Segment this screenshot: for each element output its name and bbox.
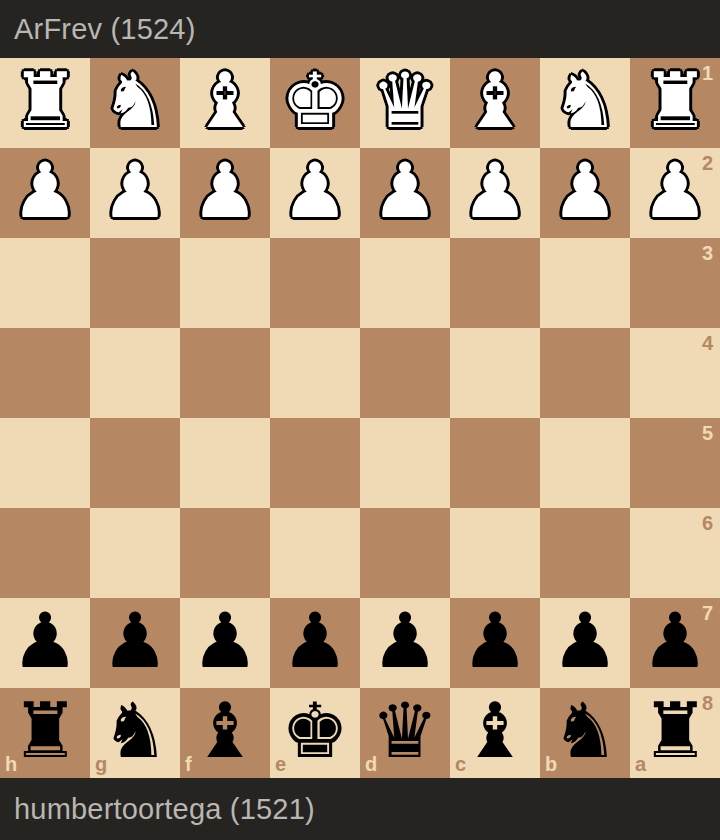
square-f7[interactable]: ♟ [180,598,270,688]
square-g1[interactable]: ♞ [90,58,180,148]
square-g7[interactable]: ♟ [90,598,180,688]
square-a1[interactable]: ♜1 [630,58,720,148]
square-g6[interactable] [90,508,180,598]
square-b5[interactable] [540,418,630,508]
rank-label-6: 6 [702,513,713,533]
black-bishop[interactable]: ♝ [461,693,529,769]
white-pawn[interactable]: ♟ [191,153,259,229]
file-label-h: h [5,754,17,774]
chess-app: ArFrev (1524) ♜♞♝♚♛♝♞♜1♟♟♟♟♟♟♟♟23456♟♟♟♟… [0,0,720,840]
white-rook[interactable]: ♜ [11,63,79,139]
square-d6[interactable] [360,508,450,598]
square-a8[interactable]: ♜8a [630,688,720,778]
black-pawn[interactable]: ♟ [281,603,349,679]
black-pawn[interactable]: ♟ [371,603,439,679]
square-b2[interactable]: ♟ [540,148,630,238]
square-h4[interactable] [0,328,90,418]
square-h5[interactable] [0,418,90,508]
white-pawn[interactable]: ♟ [461,153,529,229]
rank-label-7: 7 [702,603,713,623]
white-bishop[interactable]: ♝ [461,63,529,139]
square-c3[interactable] [450,238,540,328]
square-e1[interactable]: ♚ [270,58,360,148]
square-d3[interactable] [360,238,450,328]
file-label-e: e [275,754,286,774]
square-e4[interactable] [270,328,360,418]
square-g8[interactable]: ♞g [90,688,180,778]
square-f1[interactable]: ♝ [180,58,270,148]
white-queen[interactable]: ♛ [371,63,439,139]
white-pawn[interactable]: ♟ [11,153,79,229]
black-pawn[interactable]: ♟ [101,603,169,679]
square-f3[interactable] [180,238,270,328]
white-king[interactable]: ♚ [281,63,349,139]
square-f2[interactable]: ♟ [180,148,270,238]
rank-label-1: 1 [702,63,713,83]
square-a3[interactable]: 3 [630,238,720,328]
player-bar-top: ArFrev (1524) [0,0,720,58]
square-f6[interactable] [180,508,270,598]
black-pawn[interactable]: ♟ [551,603,619,679]
rank-label-2: 2 [702,153,713,173]
file-label-b: b [545,754,557,774]
square-d8[interactable]: ♛d [360,688,450,778]
square-c5[interactable] [450,418,540,508]
rank-label-8: 8 [702,693,713,713]
square-g5[interactable] [90,418,180,508]
square-h7[interactable]: ♟ [0,598,90,688]
white-pawn[interactable]: ♟ [281,153,349,229]
white-pawn[interactable]: ♟ [371,153,439,229]
player-name-bottom[interactable]: humbertoortega (1521) [14,793,315,826]
square-h2[interactable]: ♟ [0,148,90,238]
black-pawn[interactable]: ♟ [641,603,709,679]
square-c2[interactable]: ♟ [450,148,540,238]
square-g3[interactable] [90,238,180,328]
square-a7[interactable]: ♟7 [630,598,720,688]
black-rook[interactable]: ♜ [641,693,709,769]
square-e6[interactable] [270,508,360,598]
square-e7[interactable]: ♟ [270,598,360,688]
square-e8[interactable]: ♚e [270,688,360,778]
rank-label-4: 4 [702,333,713,353]
black-pawn[interactable]: ♟ [461,603,529,679]
black-knight[interactable]: ♞ [101,693,169,769]
black-pawn[interactable]: ♟ [191,603,259,679]
square-f4[interactable] [180,328,270,418]
square-h6[interactable] [0,508,90,598]
square-h8[interactable]: ♜h [0,688,90,778]
square-h1[interactable]: ♜ [0,58,90,148]
black-knight[interactable]: ♞ [551,693,619,769]
square-c8[interactable]: ♝c [450,688,540,778]
square-f8[interactable]: ♝f [180,688,270,778]
square-b6[interactable] [540,508,630,598]
square-b3[interactable] [540,238,630,328]
square-g4[interactable] [90,328,180,418]
square-c1[interactable]: ♝ [450,58,540,148]
file-label-d: d [365,754,377,774]
player-bar-bottom: humbertoortega (1521) [0,778,720,840]
file-label-f: f [185,754,192,774]
square-d1[interactable]: ♛ [360,58,450,148]
white-bishop[interactable]: ♝ [191,63,259,139]
square-g2[interactable]: ♟ [90,148,180,238]
rank-label-5: 5 [702,423,713,443]
rank-label-3: 3 [702,243,713,263]
white-pawn[interactable]: ♟ [101,153,169,229]
square-d2[interactable]: ♟ [360,148,450,238]
player-name-top[interactable]: ArFrev (1524) [14,13,196,46]
black-rook[interactable]: ♜ [11,693,79,769]
square-d7[interactable]: ♟ [360,598,450,688]
square-a5[interactable]: 5 [630,418,720,508]
square-e5[interactable] [270,418,360,508]
file-label-g: g [95,754,107,774]
black-king[interactable]: ♚ [281,693,349,769]
square-a6[interactable]: 6 [630,508,720,598]
file-label-c: c [455,754,466,774]
square-d5[interactable] [360,418,450,508]
square-c7[interactable]: ♟ [450,598,540,688]
square-b1[interactable]: ♞ [540,58,630,148]
square-h3[interactable] [0,238,90,328]
square-a4[interactable]: 4 [630,328,720,418]
square-b8[interactable]: ♞b [540,688,630,778]
white-rook[interactable]: ♜ [641,63,709,139]
black-bishop[interactable]: ♝ [191,693,259,769]
black-queen[interactable]: ♛ [371,693,439,769]
chess-board: ♜♞♝♚♛♝♞♜1♟♟♟♟♟♟♟♟23456♟♟♟♟♟♟♟♟7♜h♞g♝f♚e♛… [0,58,720,778]
square-b4[interactable] [540,328,630,418]
square-e2[interactable]: ♟ [270,148,360,238]
file-label-a: a [635,754,646,774]
square-e3[interactable] [270,238,360,328]
square-b7[interactable]: ♟ [540,598,630,688]
white-pawn[interactable]: ♟ [551,153,619,229]
square-c6[interactable] [450,508,540,598]
square-d4[interactable] [360,328,450,418]
square-c4[interactable] [450,328,540,418]
black-pawn[interactable]: ♟ [11,603,79,679]
white-knight[interactable]: ♞ [101,63,169,139]
square-f5[interactable] [180,418,270,508]
white-pawn[interactable]: ♟ [641,153,709,229]
white-knight[interactable]: ♞ [551,63,619,139]
square-a2[interactable]: ♟2 [630,148,720,238]
